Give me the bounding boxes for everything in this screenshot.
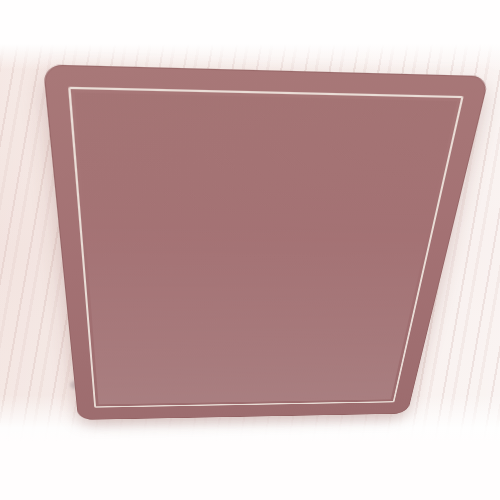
board-grid (75, 92, 458, 404)
chess-board (43, 64, 490, 420)
board-scene (67, 61, 448, 479)
photo-chess-scene (0, 0, 500, 500)
